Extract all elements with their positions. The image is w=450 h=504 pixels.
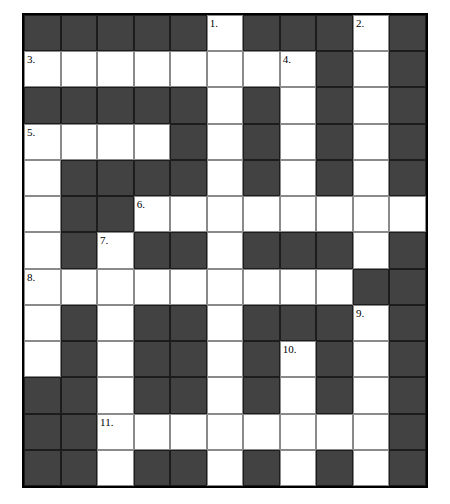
white-cell-r3c1[interactable] [61, 124, 98, 160]
white-cell-r7c3[interactable] [134, 269, 171, 305]
black-cell-r4c10 [389, 160, 426, 196]
black-cell-r8c4 [170, 305, 207, 341]
black-cell-r8c1 [61, 305, 98, 341]
black-cell-r3c4 [170, 124, 207, 160]
black-cell-r9c1 [61, 341, 98, 377]
black-cell-r7c10 [389, 269, 426, 305]
black-cell-r8c10 [389, 305, 426, 341]
white-cell-r12c9[interactable] [353, 450, 390, 486]
black-cell-r8c6 [243, 305, 280, 341]
black-cell-r12c1 [61, 450, 98, 486]
black-cell-r6c3 [134, 232, 171, 268]
white-cell-r0c5[interactable]: 1. [207, 15, 244, 51]
black-cell-r2c10 [389, 87, 426, 123]
white-cell-r1c5[interactable] [207, 51, 244, 87]
white-cell-r9c7[interactable]: 10. [280, 341, 317, 377]
white-cell-r9c9[interactable] [353, 341, 390, 377]
white-cell-r1c3[interactable] [134, 51, 171, 87]
black-cell-r9c10 [389, 341, 426, 377]
white-cell-r3c2[interactable] [97, 124, 134, 160]
clue-number: 5. [27, 125, 35, 139]
black-cell-r2c0 [24, 87, 61, 123]
black-cell-r6c1 [61, 232, 98, 268]
black-cell-r7c9 [353, 269, 390, 305]
white-cell-r1c7[interactable]: 4. [280, 51, 317, 87]
white-cell-r7c5[interactable] [207, 269, 244, 305]
white-cell-r7c2[interactable] [97, 269, 134, 305]
black-cell-r2c6 [243, 87, 280, 123]
black-cell-r4c8 [316, 160, 353, 196]
black-cell-r0c10 [389, 15, 426, 51]
black-cell-r8c7 [280, 305, 317, 341]
black-cell-r3c8 [316, 124, 353, 160]
black-cell-r2c4 [170, 87, 207, 123]
white-cell-r1c1[interactable] [61, 51, 98, 87]
white-cell-r10c5[interactable] [207, 377, 244, 413]
white-cell-r5c3[interactable]: 6. [134, 196, 171, 232]
black-cell-r9c6 [243, 341, 280, 377]
black-cell-r10c1 [61, 377, 98, 413]
white-cell-r4c9[interactable] [353, 160, 390, 196]
black-cell-r0c1 [61, 15, 98, 51]
black-cell-r0c3 [134, 15, 171, 51]
white-cell-r0c9[interactable]: 2. [353, 15, 390, 51]
white-cell-r1c0[interactable]: 3. [24, 51, 61, 87]
white-cell-r7c8[interactable] [316, 269, 353, 305]
black-cell-r11c1 [61, 414, 98, 450]
crossword-board: 1.2.3.4.5.6.7.8.9.10.11. [22, 13, 428, 488]
black-cell-r1c8 [316, 51, 353, 87]
white-cell-r3c5[interactable] [207, 124, 244, 160]
black-cell-r12c4 [170, 450, 207, 486]
black-cell-r8c8 [316, 305, 353, 341]
black-cell-r6c6 [243, 232, 280, 268]
black-cell-r3c10 [389, 124, 426, 160]
white-cell-r1c6[interactable] [243, 51, 280, 87]
black-cell-r10c4 [170, 377, 207, 413]
black-cell-r1c10 [389, 51, 426, 87]
white-cell-r5c8[interactable] [316, 196, 353, 232]
black-cell-r4c2 [97, 160, 134, 196]
black-cell-r2c2 [97, 87, 134, 123]
clue-number: 1. [210, 16, 218, 30]
clue-number: 4. [283, 52, 291, 66]
black-cell-r3c6 [243, 124, 280, 160]
black-cell-r9c4 [170, 341, 207, 377]
black-cell-r6c8 [316, 232, 353, 268]
black-cell-r8c3 [134, 305, 171, 341]
white-cell-r8c9[interactable]: 9. [353, 305, 390, 341]
white-cell-r11c9[interactable] [353, 414, 390, 450]
black-cell-r0c4 [170, 15, 207, 51]
white-cell-r5c5[interactable] [207, 196, 244, 232]
black-cell-r0c8 [316, 15, 353, 51]
white-cell-r5c6[interactable] [243, 196, 280, 232]
white-cell-r8c5[interactable] [207, 305, 244, 341]
white-cell-r4c7[interactable] [280, 160, 317, 196]
white-cell-r7c4[interactable] [170, 269, 207, 305]
clue-number: 9. [356, 306, 364, 320]
black-cell-r6c4 [170, 232, 207, 268]
black-cell-r2c3 [134, 87, 171, 123]
black-cell-r4c3 [134, 160, 171, 196]
white-cell-r5c0[interactable] [24, 196, 61, 232]
white-cell-r11c6[interactable] [243, 414, 280, 450]
black-cell-r12c6 [243, 450, 280, 486]
black-cell-r10c10 [389, 377, 426, 413]
black-cell-r5c1 [61, 196, 98, 232]
white-cell-r11c5[interactable] [207, 414, 244, 450]
black-cell-r9c3 [134, 341, 171, 377]
black-cell-r2c1 [61, 87, 98, 123]
white-cell-r6c5[interactable] [207, 232, 244, 268]
white-cell-r1c2[interactable] [97, 51, 134, 87]
white-cell-r7c6[interactable] [243, 269, 280, 305]
white-cell-r11c3[interactable] [134, 414, 171, 450]
black-cell-r12c0 [24, 450, 61, 486]
black-cell-r4c6 [243, 160, 280, 196]
white-cell-r3c3[interactable] [134, 124, 171, 160]
black-cell-r10c0 [24, 377, 61, 413]
white-cell-r4c0[interactable] [24, 160, 61, 196]
white-cell-r1c9[interactable] [353, 51, 390, 87]
black-cell-r12c10 [389, 450, 426, 486]
black-cell-r0c2 [97, 15, 134, 51]
white-cell-r7c1[interactable] [61, 269, 98, 305]
white-cell-r1c4[interactable] [170, 51, 207, 87]
white-cell-r12c2[interactable] [97, 450, 134, 486]
white-cell-r11c4[interactable] [170, 414, 207, 450]
black-cell-r10c6 [243, 377, 280, 413]
white-cell-r6c2[interactable]: 7. [97, 232, 134, 268]
white-cell-r12c7[interactable] [280, 450, 317, 486]
black-cell-r4c4 [170, 160, 207, 196]
white-cell-r5c4[interactable] [170, 196, 207, 232]
black-cell-r6c7 [280, 232, 317, 268]
clue-number: 8. [27, 270, 35, 284]
clue-number: 7. [100, 233, 108, 247]
white-cell-r3c0[interactable]: 5. [24, 124, 61, 160]
clue-number: 3. [27, 52, 35, 66]
black-cell-r11c10 [389, 414, 426, 450]
black-cell-r0c6 [243, 15, 280, 51]
white-cell-r8c2[interactable] [97, 305, 134, 341]
clue-number: 6. [137, 197, 145, 211]
white-cell-r5c9[interactable] [353, 196, 390, 232]
white-cell-r2c9[interactable] [353, 87, 390, 123]
white-cell-r11c7[interactable] [280, 414, 317, 450]
white-cell-r10c7[interactable] [280, 377, 317, 413]
white-cell-r3c7[interactable] [280, 124, 317, 160]
white-cell-r10c9[interactable] [353, 377, 390, 413]
black-cell-r12c8 [316, 450, 353, 486]
white-cell-r9c0[interactable] [24, 341, 61, 377]
white-cell-r11c8[interactable] [316, 414, 353, 450]
black-cell-r6c10 [389, 232, 426, 268]
white-cell-r7c0[interactable]: 8. [24, 269, 61, 305]
black-cell-r12c3 [134, 450, 171, 486]
black-cell-r9c8 [316, 341, 353, 377]
white-cell-r5c10[interactable] [389, 196, 426, 232]
clue-number: 11. [100, 415, 113, 429]
black-cell-r0c7 [280, 15, 317, 51]
black-cell-r4c1 [61, 160, 98, 196]
black-cell-r10c3 [134, 377, 171, 413]
white-cell-r10c2[interactable] [97, 377, 134, 413]
clue-number: 2. [356, 16, 364, 30]
white-cell-r6c9[interactable] [353, 232, 390, 268]
white-cell-r6c0[interactable] [24, 232, 61, 268]
black-cell-r5c2 [97, 196, 134, 232]
white-cell-r9c5[interactable] [207, 341, 244, 377]
white-cell-r12c5[interactable] [207, 450, 244, 486]
black-cell-r0c0 [24, 15, 61, 51]
white-cell-r5c7[interactable] [280, 196, 317, 232]
black-cell-r11c0 [24, 414, 61, 450]
black-cell-r2c8 [316, 87, 353, 123]
white-cell-r8c0[interactable] [24, 305, 61, 341]
white-cell-r11c2[interactable]: 11. [97, 414, 134, 450]
white-cell-r2c5[interactable] [207, 87, 244, 123]
white-cell-r9c2[interactable] [97, 341, 134, 377]
white-cell-r4c5[interactable] [207, 160, 244, 196]
clue-number: 10. [283, 342, 297, 356]
white-cell-r2c7[interactable] [280, 87, 317, 123]
white-cell-r3c9[interactable] [353, 124, 390, 160]
white-cell-r7c7[interactable] [280, 269, 317, 305]
black-cell-r10c8 [316, 377, 353, 413]
